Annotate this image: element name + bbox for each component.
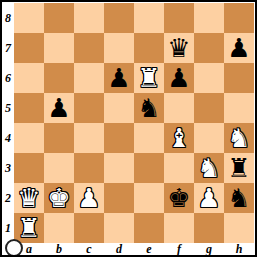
square-f7[interactable]: ♛ <box>164 33 194 63</box>
rank-label-2: 2 <box>2 183 14 213</box>
square-d3[interactable] <box>104 153 134 183</box>
file-label-d: d <box>104 243 134 255</box>
square-e4[interactable] <box>134 123 164 153</box>
square-c8[interactable] <box>74 3 104 33</box>
square-e2[interactable] <box>134 183 164 213</box>
file-label-g: g <box>194 243 224 255</box>
square-e3[interactable] <box>134 153 164 183</box>
white-to-move-indicator <box>5 239 23 257</box>
square-f5[interactable] <box>164 93 194 123</box>
square-b5[interactable]: ♟ <box>44 93 74 123</box>
square-b8[interactable] <box>44 3 74 33</box>
black-pawn[interactable]: ♟ <box>107 63 130 93</box>
square-g3[interactable]: ♞ <box>194 153 224 183</box>
file-label-f: f <box>164 243 194 255</box>
square-a4[interactable] <box>14 123 44 153</box>
square-f4[interactable]: ♝ <box>164 123 194 153</box>
square-e6[interactable]: ♜ <box>134 63 164 93</box>
square-b7[interactable] <box>44 33 74 63</box>
white-queen[interactable]: ♛ <box>17 183 40 213</box>
square-d2[interactable] <box>104 183 134 213</box>
square-h2[interactable]: ♞ <box>224 183 254 213</box>
white-rook[interactable]: ♜ <box>137 63 160 93</box>
black-queen[interactable]: ♛ <box>167 33 190 63</box>
square-b6[interactable] <box>44 63 74 93</box>
square-f3[interactable] <box>164 153 194 183</box>
white-knight[interactable]: ♞ <box>227 123 250 153</box>
square-g5[interactable] <box>194 93 224 123</box>
black-pawn[interactable]: ♟ <box>227 33 250 63</box>
white-pawn[interactable]: ♟ <box>77 183 100 213</box>
square-f6[interactable]: ♟ <box>164 63 194 93</box>
white-bishop[interactable]: ♝ <box>167 123 190 153</box>
square-e1[interactable] <box>134 213 164 243</box>
black-king[interactable]: ♚ <box>167 183 190 213</box>
black-pawn[interactable]: ♟ <box>47 93 70 123</box>
square-d8[interactable] <box>104 3 134 33</box>
white-pawn[interactable]: ♟ <box>197 183 220 213</box>
chess-board: ♛♟♟♜♟♟♞♝♞♞♜♛♚♟♚♟♞♜ <box>14 3 254 243</box>
rank-label-8: 8 <box>2 3 14 33</box>
file-label-h: h <box>224 243 254 255</box>
square-h4[interactable]: ♞ <box>224 123 254 153</box>
square-e7[interactable] <box>134 33 164 63</box>
rank-label-3: 3 <box>2 153 14 183</box>
white-knight[interactable]: ♞ <box>197 153 220 183</box>
square-h8[interactable] <box>224 3 254 33</box>
square-c5[interactable] <box>74 93 104 123</box>
square-a3[interactable] <box>14 153 44 183</box>
square-h6[interactable] <box>224 63 254 93</box>
square-c6[interactable] <box>74 63 104 93</box>
rank-label-6: 6 <box>2 63 14 93</box>
square-b3[interactable] <box>44 153 74 183</box>
square-c1[interactable] <box>74 213 104 243</box>
square-g4[interactable] <box>194 123 224 153</box>
square-h3[interactable]: ♜ <box>224 153 254 183</box>
white-rook[interactable]: ♜ <box>17 213 40 243</box>
square-c7[interactable] <box>74 33 104 63</box>
square-b4[interactable] <box>44 123 74 153</box>
black-pawn[interactable]: ♟ <box>167 63 190 93</box>
square-a6[interactable] <box>14 63 44 93</box>
square-a7[interactable] <box>14 33 44 63</box>
file-label-e: e <box>134 243 164 255</box>
square-b1[interactable] <box>44 213 74 243</box>
square-h7[interactable]: ♟ <box>224 33 254 63</box>
file-label-b: b <box>44 243 74 255</box>
rank-label-4: 4 <box>2 123 14 153</box>
square-c2[interactable]: ♟ <box>74 183 104 213</box>
black-knight[interactable]: ♞ <box>227 183 250 213</box>
square-a2[interactable]: ♛ <box>14 183 44 213</box>
chess-diagram: ♛♟♟♜♟♟♞♝♞♞♜♛♚♟♚♟♞♜ 87654321 abcdefgh <box>0 0 257 257</box>
white-king[interactable]: ♚ <box>47 183 70 213</box>
square-c3[interactable] <box>74 153 104 183</box>
square-g1[interactable] <box>194 213 224 243</box>
square-b2[interactable]: ♚ <box>44 183 74 213</box>
square-f1[interactable] <box>164 213 194 243</box>
square-e5[interactable]: ♞ <box>134 93 164 123</box>
square-c4[interactable] <box>74 123 104 153</box>
black-knight[interactable]: ♞ <box>137 93 160 123</box>
file-label-c: c <box>74 243 104 255</box>
square-d1[interactable] <box>104 213 134 243</box>
rank-label-7: 7 <box>2 33 14 63</box>
square-h1[interactable] <box>224 213 254 243</box>
square-e8[interactable] <box>134 3 164 33</box>
square-a8[interactable] <box>14 3 44 33</box>
square-h5[interactable] <box>224 93 254 123</box>
square-d6[interactable]: ♟ <box>104 63 134 93</box>
square-f8[interactable] <box>164 3 194 33</box>
square-g8[interactable] <box>194 3 224 33</box>
square-g2[interactable]: ♟ <box>194 183 224 213</box>
square-f2[interactable]: ♚ <box>164 183 194 213</box>
black-rook[interactable]: ♜ <box>227 153 250 183</box>
square-d5[interactable] <box>104 93 134 123</box>
square-d4[interactable] <box>104 123 134 153</box>
rank-label-5: 5 <box>2 93 14 123</box>
square-g6[interactable] <box>194 63 224 93</box>
square-g7[interactable] <box>194 33 224 63</box>
square-d7[interactable] <box>104 33 134 63</box>
square-a5[interactable] <box>14 93 44 123</box>
square-a1[interactable]: ♜ <box>14 213 44 243</box>
